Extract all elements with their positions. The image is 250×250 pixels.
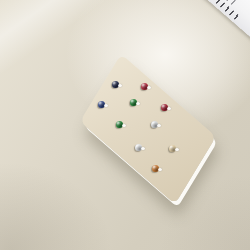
stud-clear-crystal-2	[135, 144, 142, 151]
stud-blue-sapphire	[98, 101, 105, 108]
stud-citrine-orange	[152, 165, 159, 172]
stud-champagne-topaz	[169, 145, 176, 152]
stud-dark-red-ruby	[161, 104, 168, 111]
plate-photo	[0, 0, 250, 250]
stud-clear-crystal	[151, 121, 158, 128]
stud-navy-sapphire	[112, 81, 119, 88]
stud-emerald-green	[130, 99, 137, 106]
stud-emerald-green-2	[116, 121, 123, 128]
stud-crimson-garnet	[141, 83, 148, 90]
